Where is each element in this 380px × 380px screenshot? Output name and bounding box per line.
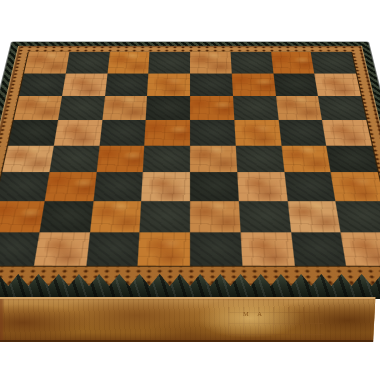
square-d6 bbox=[146, 96, 190, 120]
square-a4 bbox=[2, 145, 53, 172]
square-e2 bbox=[190, 201, 240, 232]
square-f8 bbox=[230, 52, 273, 73]
square-h1 bbox=[341, 232, 380, 265]
square-d2 bbox=[140, 201, 190, 232]
square-g4 bbox=[281, 145, 331, 172]
square-e8 bbox=[190, 52, 231, 73]
square-b2 bbox=[39, 201, 93, 232]
square-c8 bbox=[107, 52, 150, 73]
square-d3 bbox=[141, 172, 190, 201]
square-f4 bbox=[235, 145, 283, 172]
square-e4 bbox=[190, 145, 237, 172]
square-c4 bbox=[96, 145, 144, 172]
square-a8 bbox=[24, 52, 69, 73]
square-h3 bbox=[331, 172, 380, 201]
ornate-border bbox=[0, 46, 380, 287]
square-f3 bbox=[237, 172, 287, 201]
square-c7 bbox=[105, 73, 149, 96]
square-h4 bbox=[326, 145, 377, 172]
square-h7 bbox=[314, 73, 360, 96]
square-c6 bbox=[102, 96, 147, 120]
square-a1 bbox=[0, 232, 39, 265]
square-e7 bbox=[190, 73, 233, 96]
square-f1 bbox=[240, 232, 294, 265]
square-b7 bbox=[62, 73, 107, 96]
box-side-panel: M A bbox=[0, 297, 378, 342]
square-d7 bbox=[147, 73, 190, 96]
square-a5 bbox=[8, 120, 58, 145]
square-c1 bbox=[86, 232, 140, 265]
chess-field bbox=[0, 52, 380, 266]
square-g8 bbox=[271, 52, 315, 73]
square-g6 bbox=[275, 96, 322, 120]
square-f6 bbox=[233, 96, 278, 120]
square-b1 bbox=[34, 232, 90, 265]
square-d5 bbox=[145, 120, 190, 145]
square-h2 bbox=[336, 201, 380, 232]
square-e1 bbox=[190, 232, 242, 265]
square-f5 bbox=[234, 120, 281, 145]
square-b3 bbox=[44, 172, 96, 201]
square-a3 bbox=[0, 172, 49, 201]
square-g2 bbox=[287, 201, 341, 232]
square-b6 bbox=[58, 96, 105, 120]
map-sea-label: M A bbox=[243, 310, 266, 317]
square-f7 bbox=[231, 73, 275, 96]
square-h8 bbox=[311, 52, 356, 73]
square-g7 bbox=[273, 73, 318, 96]
square-e6 bbox=[190, 96, 234, 120]
square-f2 bbox=[239, 201, 291, 232]
square-h6 bbox=[318, 96, 366, 120]
square-b8 bbox=[66, 52, 110, 73]
square-b5 bbox=[54, 120, 102, 145]
square-g3 bbox=[284, 172, 336, 201]
square-d8 bbox=[149, 52, 190, 73]
chessboard-box-photo: M A bbox=[0, 0, 380, 380]
square-g5 bbox=[278, 120, 326, 145]
board-top-face bbox=[0, 42, 380, 298]
square-a6 bbox=[14, 96, 62, 120]
square-a7 bbox=[19, 73, 65, 96]
square-d1 bbox=[138, 232, 190, 265]
square-b4 bbox=[49, 145, 99, 172]
square-e3 bbox=[190, 172, 239, 201]
square-g1 bbox=[291, 232, 347, 265]
square-d4 bbox=[143, 145, 190, 172]
square-h5 bbox=[322, 120, 372, 145]
square-c5 bbox=[99, 120, 146, 145]
square-c3 bbox=[93, 172, 143, 201]
square-c2 bbox=[89, 201, 141, 232]
square-e5 bbox=[190, 120, 235, 145]
square-a2 bbox=[0, 201, 44, 232]
